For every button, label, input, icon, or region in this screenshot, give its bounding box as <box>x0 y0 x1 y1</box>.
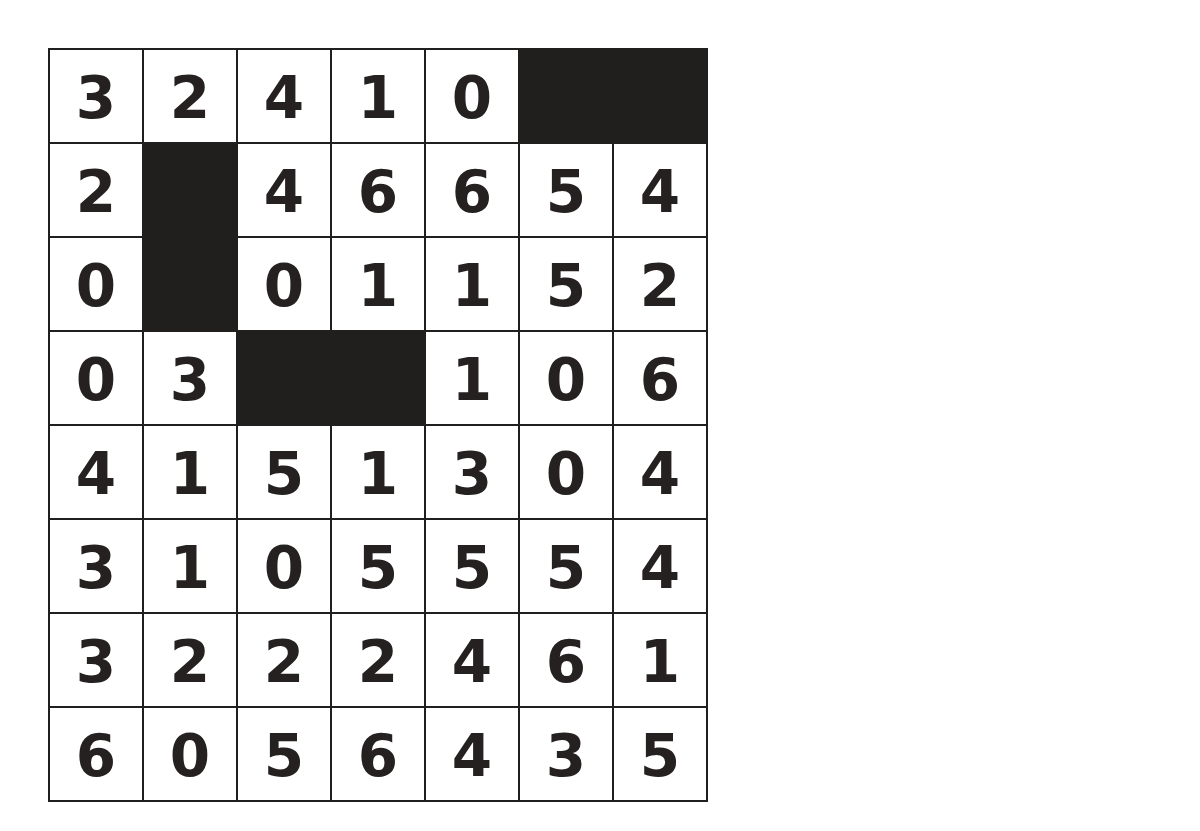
cell-r5c1[interactable]: 4 <box>50 426 142 518</box>
cell-r6c6[interactable]: 5 <box>520 520 612 612</box>
cell-r7c3[interactable]: 2 <box>238 614 330 706</box>
cell-r7c2[interactable]: 2 <box>144 614 236 706</box>
cell-r7c1[interactable]: 3 <box>50 614 142 706</box>
cell-r7c7[interactable]: 1 <box>614 614 706 706</box>
cell-r5c5[interactable]: 3 <box>426 426 518 518</box>
cell-r6c3[interactable]: 0 <box>238 520 330 612</box>
cell-r3c6[interactable]: 5 <box>520 238 612 330</box>
puzzle-grid: 3241024665400115203106415130431055543222… <box>48 48 708 802</box>
cell-r1c4[interactable]: 1 <box>332 50 424 142</box>
cell-r2c6[interactable]: 5 <box>520 144 612 236</box>
cell-r3c2-blocked <box>144 238 236 330</box>
cell-r1c6-blocked <box>520 50 612 142</box>
cell-r2c4[interactable]: 6 <box>332 144 424 236</box>
cell-r5c2[interactable]: 1 <box>144 426 236 518</box>
cell-r4c1[interactable]: 0 <box>50 332 142 424</box>
cell-r8c1[interactable]: 6 <box>50 708 142 800</box>
cell-r1c2[interactable]: 2 <box>144 50 236 142</box>
cell-r7c5[interactable]: 4 <box>426 614 518 706</box>
cell-r8c4[interactable]: 6 <box>332 708 424 800</box>
cell-r1c3[interactable]: 4 <box>238 50 330 142</box>
cell-r5c3[interactable]: 5 <box>238 426 330 518</box>
cell-r3c7[interactable]: 2 <box>614 238 706 330</box>
cell-r8c3[interactable]: 5 <box>238 708 330 800</box>
cell-r6c1[interactable]: 3 <box>50 520 142 612</box>
cell-r1c7-blocked <box>614 50 706 142</box>
cell-r7c6[interactable]: 6 <box>520 614 612 706</box>
cell-r6c7[interactable]: 4 <box>614 520 706 612</box>
cell-r2c5[interactable]: 6 <box>426 144 518 236</box>
cell-r6c4[interactable]: 5 <box>332 520 424 612</box>
cell-r4c7[interactable]: 6 <box>614 332 706 424</box>
page-background: 3241024665400115203106415130431055543222… <box>0 0 1200 831</box>
cell-r8c5[interactable]: 4 <box>426 708 518 800</box>
cell-r7c4[interactable]: 2 <box>332 614 424 706</box>
cell-r2c2-blocked <box>144 144 236 236</box>
cell-r1c1[interactable]: 3 <box>50 50 142 142</box>
cell-r4c4-blocked <box>332 332 424 424</box>
cell-r2c1[interactable]: 2 <box>50 144 142 236</box>
cell-r8c6[interactable]: 3 <box>520 708 612 800</box>
cell-r3c1[interactable]: 0 <box>50 238 142 330</box>
cell-r4c2[interactable]: 3 <box>144 332 236 424</box>
cell-r2c7[interactable]: 4 <box>614 144 706 236</box>
cell-r4c5[interactable]: 1 <box>426 332 518 424</box>
cell-r8c2[interactable]: 0 <box>144 708 236 800</box>
cell-r5c6[interactable]: 0 <box>520 426 612 518</box>
cell-r4c3-blocked <box>238 332 330 424</box>
cell-r3c5[interactable]: 1 <box>426 238 518 330</box>
cell-r3c3[interactable]: 0 <box>238 238 330 330</box>
cell-r6c2[interactable]: 1 <box>144 520 236 612</box>
cell-r6c5[interactable]: 5 <box>426 520 518 612</box>
cell-r1c5[interactable]: 0 <box>426 50 518 142</box>
cell-r5c4[interactable]: 1 <box>332 426 424 518</box>
cell-r5c7[interactable]: 4 <box>614 426 706 518</box>
cell-r3c4[interactable]: 1 <box>332 238 424 330</box>
cell-r2c3[interactable]: 4 <box>238 144 330 236</box>
cell-r8c7[interactable]: 5 <box>614 708 706 800</box>
cell-r4c6[interactable]: 0 <box>520 332 612 424</box>
